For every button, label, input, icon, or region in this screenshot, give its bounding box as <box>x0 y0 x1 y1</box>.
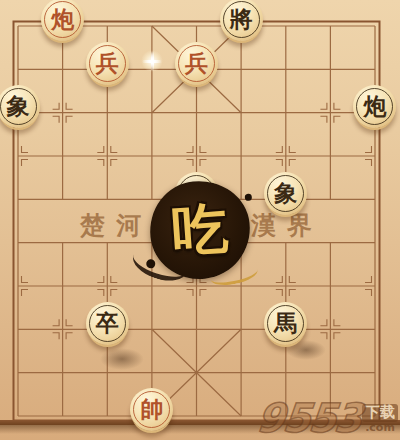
watermark: 9553 下载 .com <box>257 402 398 435</box>
piece-ring <box>223 1 260 38</box>
capture-eat-character: 吃 <box>147 178 254 283</box>
xiangqi-board[interactable]: 楚河 漢界 炮將兵兵象炮象卒馬帥 吃 9553 下载 .com <box>0 0 400 440</box>
piece-ring <box>89 305 126 342</box>
piece-ring <box>356 88 393 125</box>
black-elephant-a8[interactable]: 象 <box>0 85 40 128</box>
red-soldier-c9[interactable]: 兵 <box>86 42 129 85</box>
watermark-right: 下载 .com <box>362 404 398 434</box>
red-cannon[interactable]: 炮 <box>41 0 84 41</box>
sparkle-ray <box>142 60 162 63</box>
watermark-suffix: .com <box>365 422 395 434</box>
piece-ring <box>267 305 304 342</box>
piece-ring <box>267 175 304 212</box>
watermark-digits: 9553 <box>255 402 362 435</box>
black-cannon[interactable]: 炮 <box>353 85 396 128</box>
watermark-word: 下载 <box>362 404 398 422</box>
black-soldier[interactable]: 卒 <box>86 302 129 345</box>
black-elephant-g6[interactable]: 象 <box>264 172 307 215</box>
piece-ring <box>133 391 170 428</box>
piece-ring <box>89 45 126 82</box>
piece-ring <box>0 88 37 125</box>
piece-ring <box>44 1 81 38</box>
red-general[interactable]: 帥 <box>130 388 173 431</box>
piece-ring <box>178 45 215 82</box>
red-soldier-e9[interactable]: 兵 <box>175 42 218 85</box>
black-horse[interactable]: 馬 <box>264 302 307 345</box>
capture-effect-badge: 吃 <box>150 181 250 279</box>
black-general[interactable]: 將 <box>220 0 263 41</box>
